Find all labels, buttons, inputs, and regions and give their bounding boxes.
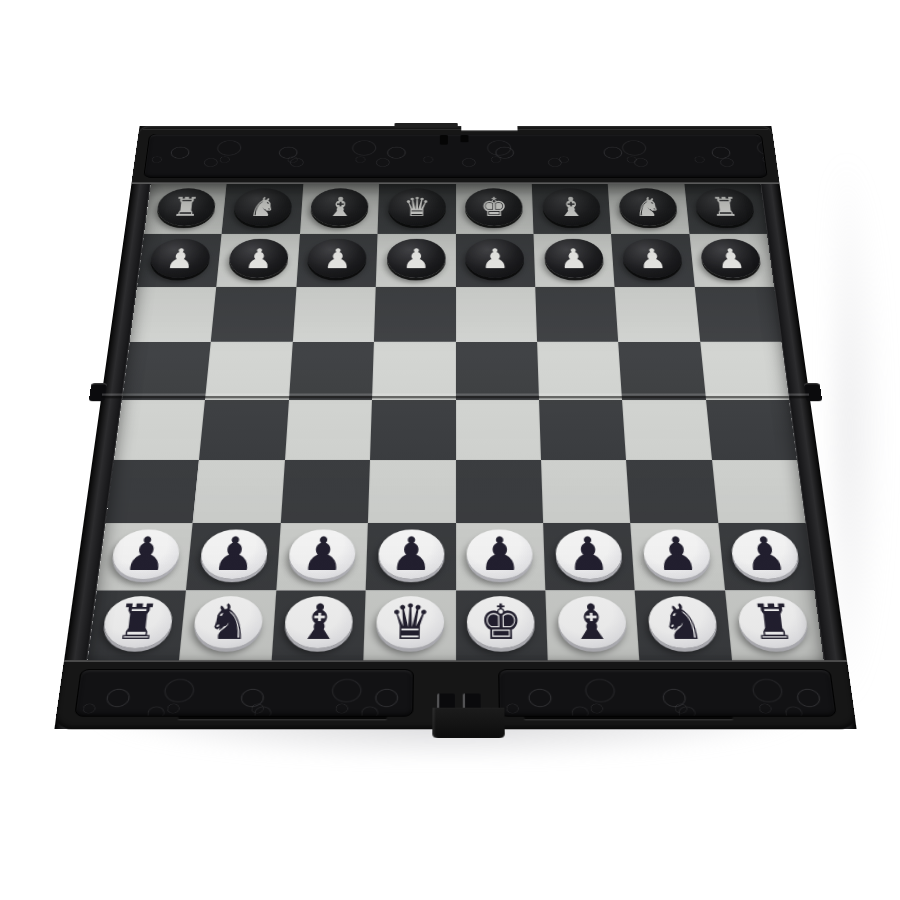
black-king-glyph: ♚ [480,194,508,220]
leather-texture-left [74,669,413,717]
piece-white-pawn-b2[interactable]: ♟ [199,529,269,578]
piece-black-rook-a8[interactable]: ♜ [155,188,217,225]
top-latch-slot [460,135,468,142]
black-pawn-glyph: ♟ [323,245,352,272]
square-b2[interactable]: ♟ [186,523,280,590]
square-c8[interactable]: ♝ [300,184,380,234]
square-f1[interactable]: ♝ [545,590,639,660]
square-h7[interactable]: ♟ [689,234,774,287]
square-e2[interactable]: ♟ [456,523,546,590]
square-h8[interactable]: ♜ [684,184,767,234]
piece-white-knight-b1[interactable]: ♞ [192,596,264,648]
square-a4[interactable] [114,400,205,460]
white-pawn-glyph: ♟ [479,531,522,577]
bottom-groove-right [523,717,734,721]
black-pawn-glyph: ♟ [402,245,430,272]
square-e5[interactable] [456,342,539,400]
piece-white-king-e1[interactable]: ♚ [467,596,535,648]
square-c7[interactable]: ♟ [296,234,377,287]
square-e1[interactable]: ♚ [456,590,548,660]
black-pawn-glyph: ♟ [715,245,746,272]
black-pawn-glyph: ♟ [164,245,195,272]
white-pawn-glyph: ♟ [300,531,344,577]
piece-black-rook-h8[interactable]: ♜ [694,188,756,225]
white-rook-glyph: ♜ [749,598,798,647]
square-d6[interactable] [374,287,455,342]
square-a3[interactable] [106,460,200,523]
square-c5[interactable] [289,342,374,400]
square-f5[interactable] [537,342,622,400]
square-g8[interactable]: ♞ [608,184,689,234]
chessboard-scene: ♜♞♝♛♚♝♞♜♟♟♟♟♟♟♟♟♟♟♟♟♟♟♟♟♜♞♝♛♚♝♞♜ [87,184,823,661]
frame-top-panel [132,126,780,184]
square-d1[interactable]: ♛ [363,590,455,660]
piece-white-pawn-g2[interactable]: ♟ [642,529,712,578]
piece-white-pawn-a2[interactable]: ♟ [110,529,182,578]
black-knight-glyph: ♞ [633,194,663,220]
black-bishop-glyph: ♝ [326,194,355,220]
square-e7[interactable]: ♟ [456,234,536,287]
square-f2[interactable]: ♟ [543,523,635,590]
piece-black-pawn-f7[interactable]: ♟ [544,239,604,278]
hinge-clasp-right [804,383,823,401]
piece-white-bishop-c1[interactable]: ♝ [284,596,354,648]
square-e6[interactable] [456,287,537,342]
square-a7[interactable]: ♟ [137,234,222,287]
square-d2[interactable]: ♟ [366,523,456,590]
piece-white-pawn-h2[interactable]: ♟ [730,529,802,578]
black-knight-glyph: ♞ [248,194,278,220]
square-e4[interactable] [456,400,541,460]
frame-top-texture [143,134,767,178]
square-h1[interactable]: ♜ [725,590,824,660]
piece-black-pawn-c7[interactable]: ♟ [307,239,367,278]
leather-texture-right [498,669,837,717]
piece-black-king-e8[interactable]: ♚ [465,188,523,225]
white-bishop-glyph: ♝ [569,598,614,647]
square-d5[interactable] [372,342,455,400]
square-h5[interactable] [700,342,789,400]
square-g3[interactable] [626,460,718,523]
square-a5[interactable] [122,342,211,400]
white-pawn-glyph: ♟ [742,531,789,577]
white-rook-glyph: ♜ [113,598,162,647]
square-e8[interactable]: ♚ [456,184,534,234]
square-d8[interactable]: ♛ [378,184,456,234]
black-pawn-glyph: ♟ [481,245,509,272]
square-c3[interactable] [281,460,371,523]
white-pawn-glyph: ♟ [390,531,433,577]
white-pawn-glyph: ♟ [211,531,257,577]
piece-white-pawn-f2[interactable]: ♟ [554,529,622,578]
piece-black-pawn-g7[interactable]: ♟ [622,239,684,278]
square-c6[interactable] [293,287,376,342]
square-e3[interactable] [456,460,543,523]
square-g2[interactable]: ♟ [630,523,724,590]
square-d4[interactable] [370,400,455,460]
black-pawn-glyph: ♟ [637,245,667,272]
piece-black-pawn-e7[interactable]: ♟ [466,239,525,278]
square-f3[interactable] [541,460,631,523]
black-rook-glyph: ♜ [171,194,201,220]
square-b7[interactable]: ♟ [217,234,300,287]
square-a8[interactable]: ♜ [144,184,227,234]
white-king-glyph: ♚ [479,598,523,647]
piece-white-pawn-c2[interactable]: ♟ [288,529,356,578]
square-h2[interactable]: ♟ [718,523,814,590]
black-bishop-glyph: ♝ [557,194,586,220]
square-b8[interactable]: ♞ [222,184,303,234]
piece-white-knight-g1[interactable]: ♞ [647,596,719,648]
piece-white-queen-d1[interactable]: ♛ [376,596,444,648]
hinge-clasp-left [89,383,108,401]
square-b5[interactable] [205,342,292,400]
white-pawn-glyph: ♟ [122,531,169,577]
piece-black-pawn-a7[interactable]: ♟ [148,239,211,278]
top-latch-step [394,123,457,128]
white-queen-glyph: ♛ [388,598,432,647]
piece-black-pawn-b7[interactable]: ♟ [228,239,290,278]
piece-white-rook-h1[interactable]: ♜ [737,596,811,648]
piece-white-rook-a1[interactable]: ♜ [101,596,175,648]
top-latch-notch [461,125,517,131]
piece-black-knight-g8[interactable]: ♞ [618,188,678,225]
piece-black-knight-b8[interactable]: ♞ [233,188,293,225]
bottom-groove-left [177,717,388,721]
square-d7[interactable]: ♟ [376,234,456,287]
square-f6[interactable] [535,287,618,342]
piece-black-pawn-h7[interactable]: ♟ [700,239,763,278]
square-a2[interactable]: ♟ [97,523,193,590]
square-b6[interactable] [211,287,296,342]
square-f4[interactable] [539,400,626,460]
square-h4[interactable] [706,400,797,460]
square-b4[interactable] [199,400,288,460]
black-rook-glyph: ♜ [710,194,740,220]
white-knight-glyph: ♞ [659,598,706,647]
square-c4[interactable] [285,400,372,460]
bottom-latch-tab [432,708,505,739]
square-f7[interactable]: ♟ [533,234,614,287]
piece-black-pawn-d7[interactable]: ♟ [386,239,445,278]
square-c2[interactable]: ♟ [276,523,368,590]
black-pawn-glyph: ♟ [244,245,274,272]
piece-black-bishop-c8[interactable]: ♝ [310,188,369,225]
square-g4[interactable] [622,400,711,460]
black-pawn-glyph: ♟ [559,245,588,272]
piece-white-bishop-f1[interactable]: ♝ [557,596,627,648]
square-d3[interactable] [368,460,455,523]
square-h3[interactable] [712,460,806,523]
square-c1[interactable]: ♝ [271,590,365,660]
play-area: ♜♞♝♛♚♝♞♜♟♟♟♟♟♟♟♟♟♟♟♟♟♟♟♟♜♞♝♛♚♝♞♜ [87,184,823,661]
square-a1[interactable]: ♜ [87,590,186,660]
piece-white-pawn-d2[interactable]: ♟ [378,529,445,578]
black-queen-glyph: ♛ [403,194,431,220]
square-h6[interactable] [694,287,781,342]
square-g5[interactable] [618,342,705,400]
square-g7[interactable]: ♟ [611,234,694,287]
piece-black-queen-d8[interactable]: ♛ [388,188,446,225]
white-bishop-glyph: ♝ [296,598,341,647]
square-b1[interactable]: ♞ [179,590,276,660]
white-pawn-glyph: ♟ [654,531,700,577]
square-g1[interactable]: ♞ [635,590,732,660]
piece-white-pawn-e2[interactable]: ♟ [467,529,534,578]
square-a6[interactable] [130,287,217,342]
white-knight-glyph: ♞ [205,598,252,647]
white-pawn-glyph: ♟ [566,531,610,577]
product-photo: ♜♞♝♛♚♝♞♜♟♟♟♟♟♟♟♟♟♟♟♟♟♟♟♟♜♞♝♛♚♝♞♜ [0,0,900,900]
piece-black-bishop-f8[interactable]: ♝ [542,188,601,225]
square-g6[interactable] [615,287,700,342]
top-latch-slot [439,135,447,145]
square-b3[interactable] [193,460,285,523]
square-f8[interactable]: ♝ [532,184,612,234]
